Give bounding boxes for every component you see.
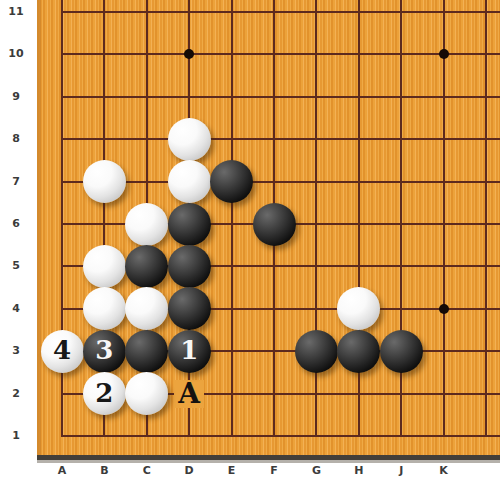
grid-line-vertical [231,0,233,437]
stone-white-C6[interactable] [125,203,168,246]
column-label-G: G [304,464,328,478]
stone-move-number: 3 [95,337,113,363]
stone-black-D6[interactable] [168,203,211,246]
star-point [439,49,449,59]
stone-black-E7[interactable] [210,160,253,203]
stone-black-J3[interactable] [380,330,423,373]
stone-white-A3[interactable]: 4 [41,330,84,373]
stone-black-B3[interactable]: 3 [83,330,126,373]
stone-white-D8[interactable] [168,118,211,161]
stone-black-D3[interactable]: 1 [168,330,211,373]
row-label-10: 10 [0,47,32,61]
stone-white-D7[interactable] [168,160,211,203]
grid-line-horizontal [61,11,500,13]
grid-line-vertical [443,0,445,437]
row-label-2: 2 [0,387,32,401]
row-label-5: 5 [0,259,32,273]
column-label-J: J [389,464,413,478]
board-bottom-edge-highlight [37,460,500,463]
star-point [439,304,449,314]
stone-black-G3[interactable] [295,330,338,373]
row-label-11: 11 [0,5,32,19]
column-label-H: H [347,464,371,478]
stone-black-F6[interactable] [253,203,296,246]
column-label-F: F [262,464,286,478]
stone-move-number: 1 [180,337,198,363]
row-label-7: 7 [0,175,32,189]
stone-black-D4[interactable] [168,287,211,330]
point-marker-A[interactable]: A [174,380,204,408]
row-label-3: 3 [0,344,32,358]
grid-line-horizontal [61,181,500,183]
stone-black-C3[interactable] [125,330,168,373]
row-label-6: 6 [0,217,32,231]
stone-white-B7[interactable] [83,160,126,203]
grid-line-horizontal [61,53,500,55]
column-label-B: B [92,464,116,478]
row-label-1: 1 [0,429,32,443]
stone-black-H3[interactable] [337,330,380,373]
grid-line-horizontal [61,96,500,98]
grid-line-horizontal [61,435,500,437]
grid-line-horizontal [61,138,500,140]
grid-line-vertical [485,0,487,437]
stone-white-B2[interactable]: 2 [83,372,126,415]
stone-move-number: 4 [53,337,71,363]
stone-black-C5[interactable] [125,245,168,288]
column-label-E: E [220,464,244,478]
stone-move-number: 2 [95,380,113,406]
row-label-8: 8 [0,132,32,146]
stone-white-B4[interactable] [83,287,126,330]
column-label-D: D [177,464,201,478]
column-label-A: A [50,464,74,478]
stone-black-D5[interactable] [168,245,211,288]
row-label-4: 4 [0,302,32,316]
column-label-K: K [432,464,456,478]
stone-white-B5[interactable] [83,245,126,288]
column-label-C: C [135,464,159,478]
row-label-9: 9 [0,90,32,104]
go-board-diagram: A43121110987654321ABCDEFGHJK [0,0,500,478]
